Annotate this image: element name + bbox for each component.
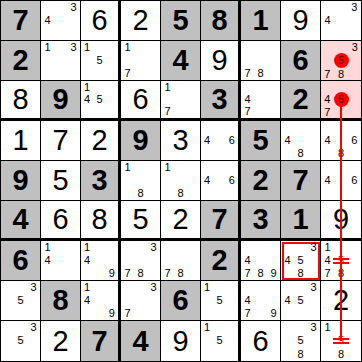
candidate-3: 3: [147, 281, 160, 294]
cell-r7c4[interactable]: 378: [121, 241, 161, 281]
cell-r6c8[interactable]: 1: [281, 201, 321, 241]
candidate-7: 7: [121, 67, 134, 80]
cell-r8c2[interactable]: 8: [41, 281, 81, 321]
candidate-8: 8: [334, 348, 347, 361]
candidate-3: 3: [307, 321, 320, 334]
cell-r9c6[interactable]: 15: [201, 321, 241, 361]
candidate-4: 4: [241, 93, 254, 105]
cell-r6c7[interactable]: 3: [241, 201, 281, 241]
cell-r2c1[interactable]: 2: [1, 41, 41, 81]
pencil-marks: 17: [121, 41, 160, 80]
candidate-4: 4: [281, 254, 294, 267]
solved-digit: 2: [41, 321, 80, 361]
candidate-4: 4: [281, 134, 294, 147]
cell-r3c6[interactable]: 3: [201, 81, 241, 121]
pencil-marks: 17: [161, 81, 200, 118]
cell-r7c8[interactable]: 3458: [281, 241, 321, 281]
cell-r5c2[interactable]: 5: [41, 161, 81, 201]
pencil-marks: 37: [121, 281, 160, 320]
candidate-1: 1: [81, 41, 93, 54]
solved-digit: 1: [1, 121, 40, 160]
chain-node-candidate-5: 5: [334, 92, 349, 107]
candidate-3: 3: [67, 1, 80, 14]
cell-r9c8[interactable]: 358: [281, 321, 321, 361]
candidate-1: 1: [201, 321, 213, 334]
given-digit: 1: [241, 1, 280, 40]
cell-r9c2[interactable]: 2: [41, 321, 81, 361]
cell-r5c8[interactable]: 7: [281, 161, 321, 201]
candidate-3: 3: [27, 321, 40, 334]
pencil-marks: 4789: [241, 241, 280, 280]
solved-digit: 6: [41, 201, 80, 238]
cell-r1c8[interactable]: 9: [281, 1, 321, 41]
cell-r6c6[interactable]: 7: [201, 201, 241, 241]
candidate-5: 5: [213, 294, 225, 307]
cell-r2c2[interactable]: 13: [41, 41, 81, 81]
cell-r8c7[interactable]: 479: [241, 281, 281, 321]
candidate-9: 9: [267, 307, 280, 320]
given-digit: 4: [161, 41, 200, 80]
cell-r1c7[interactable]: 1: [241, 1, 281, 41]
candidate-7: 7: [241, 67, 254, 80]
solved-digit: 8: [81, 201, 118, 238]
given-digit: 8: [41, 281, 80, 320]
cell-r2c5[interactable]: 4: [161, 41, 201, 81]
pencil-marks: 18: [121, 161, 160, 200]
candidate-8: 8: [294, 147, 307, 160]
candidate-1: 1: [321, 321, 334, 334]
candidate-7: 7: [241, 307, 254, 320]
pencil-marks: 78: [241, 41, 280, 80]
cell-r8c8[interactable]: 345: [281, 281, 321, 321]
cell-r3c1[interactable]: 8: [1, 81, 41, 121]
cell-r4c6[interactable]: 46: [201, 121, 241, 161]
solved-digit: 6: [81, 1, 118, 40]
given-digit: 6: [281, 41, 320, 80]
solved-digit: 6: [241, 321, 280, 361]
candidate-5: 5: [294, 294, 307, 307]
cell-r4c8[interactable]: 48: [281, 121, 321, 161]
candidate-8: 8: [254, 67, 267, 80]
candidate-1: 1: [41, 41, 54, 54]
candidate-4: 4: [321, 174, 334, 187]
candidate-7: 7: [121, 307, 134, 320]
candidate-5: 5: [294, 254, 307, 267]
candidate-6: 6: [348, 134, 361, 147]
candidate-4: 4: [321, 254, 334, 267]
pencil-marks: 149: [81, 281, 118, 320]
given-digit: 2: [201, 241, 238, 280]
candidate-4: 4: [281, 294, 294, 307]
sudoku-board: 7346258193421315174978635788914561734724…: [0, 0, 362, 362]
given-digit: 7: [201, 201, 238, 238]
candidate-8: 8: [334, 68, 349, 80]
cell-r2c8[interactable]: 6: [281, 41, 321, 81]
solved-digit: 3: [161, 121, 200, 160]
candidate-5: 5: [93, 93, 105, 105]
candidate-3: 3: [67, 41, 80, 54]
cell-r2c7[interactable]: 78: [241, 41, 281, 81]
candidate-1: 1: [81, 81, 93, 93]
cell-r7c7[interactable]: 4789: [241, 241, 281, 281]
given-digit: 7: [1, 1, 40, 40]
candidate-1: 1: [321, 241, 334, 254]
candidate-3: 3: [147, 241, 160, 254]
candidate-1: 1: [121, 41, 134, 54]
pencil-marks: 46: [201, 161, 238, 200]
candidate-7: 7: [241, 106, 254, 118]
candidate-1: 1: [121, 161, 134, 174]
cell-r7c6[interactable]: 2: [201, 241, 241, 281]
cell-r7c1[interactable]: 6: [1, 241, 41, 281]
given-digit: 9: [121, 121, 160, 160]
candidate-4: 4: [41, 14, 54, 27]
given-digit: 6: [1, 241, 40, 280]
cell-r7c5[interactable]: 78: [161, 241, 201, 281]
cell-r6c1[interactable]: 4: [1, 201, 41, 241]
given-digit: 9: [1, 161, 40, 200]
candidate-6: 6: [226, 174, 238, 187]
candidate-8: 8: [294, 267, 307, 280]
given-digit: 8: [201, 1, 238, 40]
candidate-1: 1: [161, 161, 174, 174]
pencil-marks: 35: [1, 281, 40, 320]
cell-r3c5[interactable]: 17: [161, 81, 201, 121]
candidate-8: 8: [174, 267, 187, 280]
cell-r4c2[interactable]: 7: [41, 121, 81, 161]
candidate-4: 4: [321, 134, 334, 147]
cell-r6c3[interactable]: 8: [81, 201, 121, 241]
cell-r4c4[interactable]: 9: [121, 121, 161, 161]
cell-r9c5[interactable]: 9: [161, 321, 201, 361]
pencil-marks: 18: [161, 161, 200, 200]
cell-r4c5[interactable]: 3: [161, 121, 201, 161]
candidate-3: 3: [307, 241, 320, 254]
candidate-3: 3: [348, 1, 361, 14]
pencil-marks: 34: [41, 1, 80, 40]
given-digit: 6: [161, 281, 200, 320]
candidate-7: 7: [321, 68, 334, 80]
solved-digit: 7: [41, 121, 80, 160]
solved-digit: 9: [201, 41, 238, 80]
pencil-marks: 3578: [321, 41, 361, 80]
candidate-6: 6: [348, 174, 361, 187]
candidate-7: 7: [241, 267, 254, 280]
cell-r1c5[interactable]: 5: [161, 1, 201, 41]
solved-digit: 2: [121, 1, 160, 40]
candidate-4: 4: [41, 254, 54, 267]
cell-r3c3[interactable]: 145: [81, 81, 121, 121]
solved-digit: 6: [121, 81, 160, 118]
chain-node-candidate-5: 5: [334, 53, 349, 68]
cell-r3c2[interactable]: 9: [41, 81, 81, 121]
pencil-marks: 34: [321, 1, 361, 40]
candidate-4: 4: [321, 14, 334, 27]
cell-r1c3[interactable]: 6: [81, 1, 121, 41]
pencil-marks: 78: [161, 241, 200, 280]
cell-r2c9[interactable]: 3578: [321, 41, 361, 81]
cell-r5c3[interactable]: 3: [81, 161, 121, 201]
cell-r5c1[interactable]: 9: [1, 161, 41, 201]
pencil-marks: 145: [81, 81, 118, 118]
given-digit: 4: [1, 201, 40, 238]
given-digit: 5: [161, 1, 200, 40]
candidate-4: 4: [321, 92, 334, 107]
candidate-8: 8: [134, 187, 147, 200]
candidate-8: 8: [294, 348, 307, 361]
candidate-7: 7: [161, 106, 174, 118]
candidate-4: 4: [81, 93, 93, 105]
candidate-7: 7: [161, 267, 174, 280]
candidate-4: 4: [241, 254, 254, 267]
cell-r2c4[interactable]: 17: [121, 41, 161, 81]
pencil-marks: 47: [241, 81, 280, 118]
cell-r8c5[interactable]: 6: [161, 281, 201, 321]
given-digit: 9: [41, 81, 80, 118]
pencil-marks: 15: [81, 41, 118, 80]
cell-r9c7[interactable]: 6: [241, 321, 281, 361]
candidate-5: 5: [93, 54, 105, 67]
cell-r2c3[interactable]: 15: [81, 41, 121, 81]
candidate-1: 1: [201, 281, 213, 294]
cell-r1c2[interactable]: 34: [41, 1, 81, 41]
candidate-7: 7: [321, 267, 334, 280]
pencil-marks: 345: [281, 281, 320, 320]
pencil-marks: 14: [41, 241, 80, 280]
candidate-5: 5: [294, 334, 307, 347]
pencil-marks: 149: [81, 241, 118, 280]
given-digit: 4: [121, 321, 160, 361]
candidate-3: 3: [307, 281, 320, 294]
cell-r7c3[interactable]: 149: [81, 241, 121, 281]
cell-r6c4[interactable]: 5: [121, 201, 161, 241]
candidate-8: 8: [134, 267, 147, 280]
given-digit: 7: [81, 321, 118, 361]
solved-digit: 9: [161, 321, 200, 361]
given-digit: 7: [281, 161, 320, 200]
cell-r2c6[interactable]: 9: [201, 41, 241, 81]
candidate-3: 3: [27, 281, 40, 294]
candidate-4: 4: [241, 294, 254, 307]
cell-r1c4[interactable]: 2: [121, 1, 161, 41]
candidate-1: 1: [81, 241, 93, 254]
candidate-1: 1: [81, 281, 93, 294]
pencil-marks: 13: [41, 41, 80, 80]
candidate-7: 7: [321, 107, 334, 118]
candidate-8: 8: [254, 267, 267, 280]
pencil-marks: 378: [121, 241, 160, 280]
cell-r8c1[interactable]: 35: [1, 281, 41, 321]
candidate-7: 7: [121, 267, 134, 280]
candidate-5: 5: [14, 334, 27, 347]
candidate-8: 8: [174, 187, 187, 200]
cell-r8c4[interactable]: 37: [121, 281, 161, 321]
candidate-4: 4: [81, 254, 93, 267]
given-digit: 2: [241, 161, 280, 200]
candidate-5: 5: [213, 334, 225, 347]
cell-r4c3[interactable]: 2: [81, 121, 121, 161]
solved-digit: 8: [1, 81, 40, 118]
cell-r4c1[interactable]: 1: [1, 121, 41, 161]
cell-r5c6[interactable]: 46: [201, 161, 241, 201]
solved-digit: 5: [41, 161, 80, 200]
candidate-1: 1: [41, 241, 54, 254]
solved-digit: 9: [281, 1, 320, 40]
solved-digit: 5: [121, 201, 160, 238]
cell-r8c3[interactable]: 149: [81, 281, 121, 321]
cell-r1c9[interactable]: 34: [321, 1, 361, 41]
pencil-marks: 358: [281, 321, 320, 361]
candidate-1: 1: [161, 81, 174, 93]
pencil-marks: 46: [201, 121, 238, 160]
candidate-9: 9: [106, 307, 118, 320]
chain-line: [340, 101, 342, 341]
cell-r6c2[interactable]: 6: [41, 201, 81, 241]
given-digit: 3: [241, 201, 280, 238]
candidate-5: 5: [14, 294, 27, 307]
cell-r4c7[interactable]: 5: [241, 121, 281, 161]
pencil-marks: 3458: [281, 241, 320, 280]
cell-r6c5[interactable]: 2: [161, 201, 201, 241]
cell-r5c4[interactable]: 18: [121, 161, 161, 201]
cell-r1c6[interactable]: 8: [201, 1, 241, 41]
candidate-4: 4: [201, 174, 213, 187]
given-digit: 2: [281, 81, 320, 118]
candidate-4: 4: [81, 294, 93, 307]
pencil-marks: 35: [1, 321, 40, 361]
cell-r7c2[interactable]: 14: [41, 241, 81, 281]
cell-r9c1[interactable]: 35: [1, 321, 41, 361]
cell-r3c4[interactable]: 6: [121, 81, 161, 121]
pencil-marks: 479: [241, 281, 280, 320]
cell-r1c1[interactable]: 7: [1, 1, 41, 41]
candidate-3: 3: [349, 41, 362, 53]
cell-r9c3[interactable]: 7: [81, 321, 121, 361]
candidate-4: 4: [201, 134, 213, 147]
cell-r9c4[interactable]: 4: [121, 321, 161, 361]
given-digit: 1: [281, 201, 320, 238]
given-digit: 5: [241, 121, 280, 160]
candidate-6: 6: [226, 134, 238, 147]
eliminated-candidate-5: 5: [334, 254, 347, 267]
cell-r8c6[interactable]: 15: [201, 281, 241, 321]
given-digit: 3: [201, 81, 238, 118]
candidate-9: 9: [106, 267, 118, 280]
solved-digit: 2: [81, 121, 118, 160]
pencil-marks: 15: [201, 321, 238, 361]
cell-r3c7[interactable]: 47: [241, 81, 281, 121]
pencil-marks: 15: [201, 281, 238, 320]
given-digit: 2: [1, 41, 40, 80]
cell-r5c7[interactable]: 2: [241, 161, 281, 201]
solved-digit: 2: [161, 201, 200, 238]
cell-r5c5[interactable]: 18: [161, 161, 201, 201]
pencil-marks: 48: [281, 121, 320, 160]
candidate-9: 9: [267, 267, 280, 280]
cell-r3c8[interactable]: 2: [281, 81, 321, 121]
eliminated-candidate-5: 5: [334, 334, 347, 347]
given-digit: 3: [81, 161, 118, 200]
